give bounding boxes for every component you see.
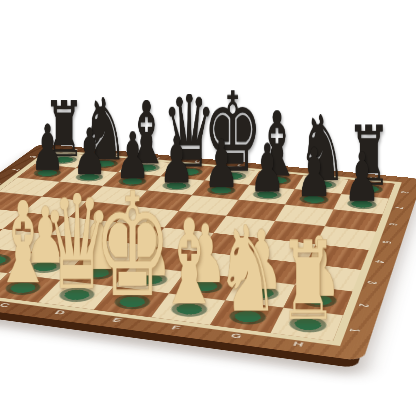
rank-label-8-right: 8: [389, 184, 416, 201]
chess-board: ♜♞♝♛♚♝♞♜♟♟♟♟♟♟♟♟♟♟♟♟♟♟♟♟♜♞♝♛♚♝♞♜ AABBCCD…: [0, 144, 416, 362]
white-knight-g1[interactable]: ♞: [215, 223, 279, 316]
white-bishop-f1[interactable]: ♝: [157, 217, 220, 309]
white-rook-h1[interactable]: ♜: [278, 239, 336, 324]
square-h1[interactable]: ♜: [271, 308, 343, 341]
rank-label-6-right: 6: [376, 214, 410, 234]
rank-label-7-right: 7: [383, 199, 416, 218]
photo-stage: ♜♞♝♛♚♝♞♜♟♟♟♟♟♟♟♟♟♟♟♟♟♟♟♟♜♞♝♛♚♝♞♜ AABBCCD…: [0, 0, 416, 416]
board-squares: ♜♞♝♛♚♝♞♜♟♟♟♟♟♟♟♟♟♟♟♟♟♟♟♟♜♞♝♛♚♝♞♜: [0, 152, 395, 342]
